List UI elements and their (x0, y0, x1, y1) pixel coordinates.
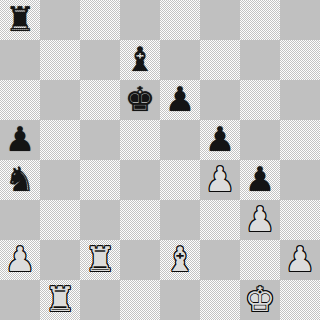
square-d6[interactable]: ♚ (120, 80, 160, 120)
white-pawn[interactable]: ♟ (245, 200, 275, 239)
square-b4[interactable] (40, 160, 80, 200)
square-h3[interactable] (280, 200, 320, 240)
square-b3[interactable] (40, 200, 80, 240)
square-a3[interactable] (0, 200, 40, 240)
square-c8[interactable] (80, 0, 120, 40)
square-b1[interactable]: ♜ (40, 280, 80, 320)
square-h6[interactable] (280, 80, 320, 120)
square-d2[interactable] (120, 240, 160, 280)
square-g8[interactable] (240, 0, 280, 40)
square-a4[interactable]: ♞ (0, 160, 40, 200)
square-g6[interactable] (240, 80, 280, 120)
square-h5[interactable] (280, 120, 320, 160)
square-g7[interactable] (240, 40, 280, 80)
square-c4[interactable] (80, 160, 120, 200)
square-f5[interactable]: ♟ (200, 120, 240, 160)
square-e1[interactable] (160, 280, 200, 320)
white-bishop[interactable]: ♝ (165, 240, 195, 279)
square-e8[interactable] (160, 0, 200, 40)
square-f2[interactable] (200, 240, 240, 280)
square-b5[interactable] (40, 120, 80, 160)
square-h2[interactable]: ♟ (280, 240, 320, 280)
white-pawn[interactable]: ♟ (5, 240, 35, 279)
square-a2[interactable]: ♟ (0, 240, 40, 280)
black-pawn[interactable]: ♟ (5, 120, 35, 159)
white-pawn[interactable]: ♟ (205, 160, 235, 199)
square-d7[interactable]: ♝ (120, 40, 160, 80)
white-rook[interactable]: ♜ (45, 280, 75, 319)
square-h8[interactable] (280, 0, 320, 40)
square-f8[interactable] (200, 0, 240, 40)
square-f7[interactable] (200, 40, 240, 80)
square-h7[interactable] (280, 40, 320, 80)
square-a1[interactable] (0, 280, 40, 320)
square-b2[interactable] (40, 240, 80, 280)
square-c1[interactable] (80, 280, 120, 320)
black-knight[interactable]: ♞ (5, 160, 35, 199)
square-b7[interactable] (40, 40, 80, 80)
square-d5[interactable] (120, 120, 160, 160)
square-f6[interactable] (200, 80, 240, 120)
square-d4[interactable] (120, 160, 160, 200)
chess-board: ♜♝♚♟♟♟♞♟♟♟♟♜♝♟♜♚ (0, 0, 320, 320)
black-king[interactable]: ♚ (125, 80, 155, 119)
square-g5[interactable] (240, 120, 280, 160)
white-king[interactable]: ♚ (245, 280, 275, 319)
square-g1[interactable]: ♚ (240, 280, 280, 320)
square-d1[interactable] (120, 280, 160, 320)
square-c3[interactable] (80, 200, 120, 240)
square-c5[interactable] (80, 120, 120, 160)
square-a6[interactable] (0, 80, 40, 120)
square-e5[interactable] (160, 120, 200, 160)
square-g4[interactable]: ♟ (240, 160, 280, 200)
square-d3[interactable] (120, 200, 160, 240)
black-pawn[interactable]: ♟ (205, 120, 235, 159)
black-pawn[interactable]: ♟ (165, 80, 195, 119)
square-e4[interactable] (160, 160, 200, 200)
square-d8[interactable] (120, 0, 160, 40)
white-rook[interactable]: ♜ (85, 240, 115, 279)
square-c6[interactable] (80, 80, 120, 120)
square-e6[interactable]: ♟ (160, 80, 200, 120)
square-b8[interactable] (40, 0, 80, 40)
square-c7[interactable] (80, 40, 120, 80)
square-a7[interactable] (0, 40, 40, 80)
square-h1[interactable] (280, 280, 320, 320)
square-f4[interactable]: ♟ (200, 160, 240, 200)
square-g2[interactable] (240, 240, 280, 280)
square-a8[interactable]: ♜ (0, 0, 40, 40)
square-f3[interactable] (200, 200, 240, 240)
black-bishop[interactable]: ♝ (125, 40, 155, 79)
square-e7[interactable] (160, 40, 200, 80)
square-a5[interactable]: ♟ (0, 120, 40, 160)
white-pawn[interactable]: ♟ (285, 240, 315, 279)
square-h4[interactable] (280, 160, 320, 200)
square-f1[interactable] (200, 280, 240, 320)
black-rook[interactable]: ♜ (5, 0, 35, 39)
square-b6[interactable] (40, 80, 80, 120)
square-e3[interactable] (160, 200, 200, 240)
square-c2[interactable]: ♜ (80, 240, 120, 280)
square-e2[interactable]: ♝ (160, 240, 200, 280)
square-g3[interactable]: ♟ (240, 200, 280, 240)
black-pawn[interactable]: ♟ (245, 160, 275, 199)
